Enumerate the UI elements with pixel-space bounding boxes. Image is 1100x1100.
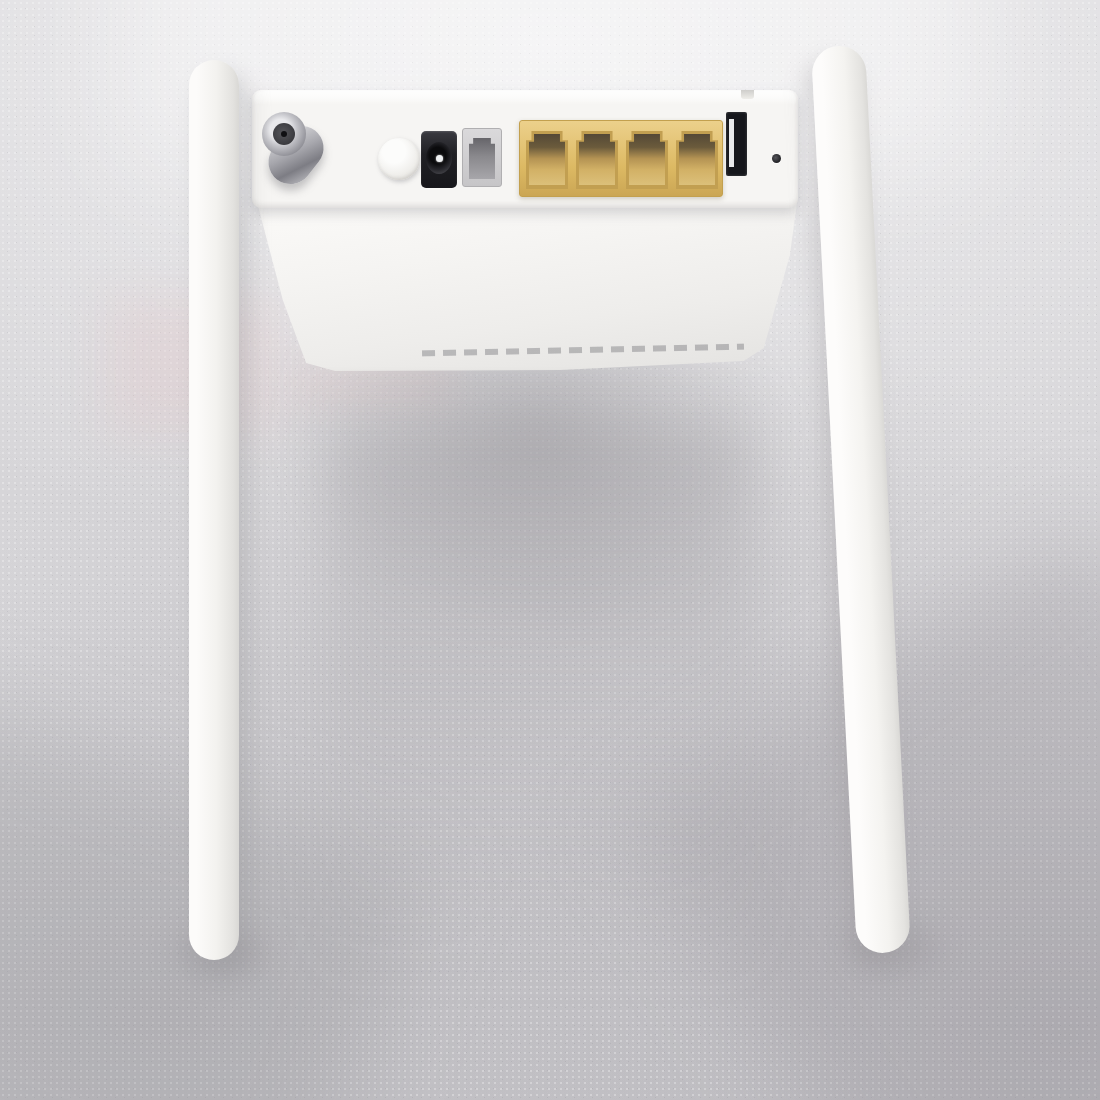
usb-port — [726, 112, 747, 176]
panel-notch — [741, 90, 754, 99]
dc-power-jack — [421, 131, 457, 188]
lan-port-4 — [676, 131, 718, 189]
lan-port-2 — [576, 131, 618, 189]
lan-port-3 — [626, 131, 668, 189]
lan-port-1 — [526, 131, 568, 189]
lan-port-2-cavity — [579, 134, 615, 185]
rear-panel — [252, 90, 798, 208]
coax-connector — [260, 110, 330, 190]
lan-port-4-cavity — [679, 134, 715, 185]
lan-port-block — [519, 120, 723, 197]
port-label-strip — [422, 344, 744, 357]
device-shadow-column — [325, 420, 755, 990]
coax-pin-hole — [281, 131, 287, 137]
photo-canvas — [0, 0, 1100, 1100]
lan-port-1-cavity — [529, 134, 565, 185]
power-button — [378, 138, 420, 180]
lan-port-3-cavity — [629, 134, 665, 185]
phone-port-inner — [469, 138, 495, 179]
dc-jack-pin — [436, 155, 443, 162]
router-body — [250, 190, 806, 380]
antenna-left — [189, 60, 239, 960]
reset-pinhole — [772, 154, 781, 163]
phone-port — [462, 128, 502, 187]
usb-tongue — [729, 119, 734, 167]
